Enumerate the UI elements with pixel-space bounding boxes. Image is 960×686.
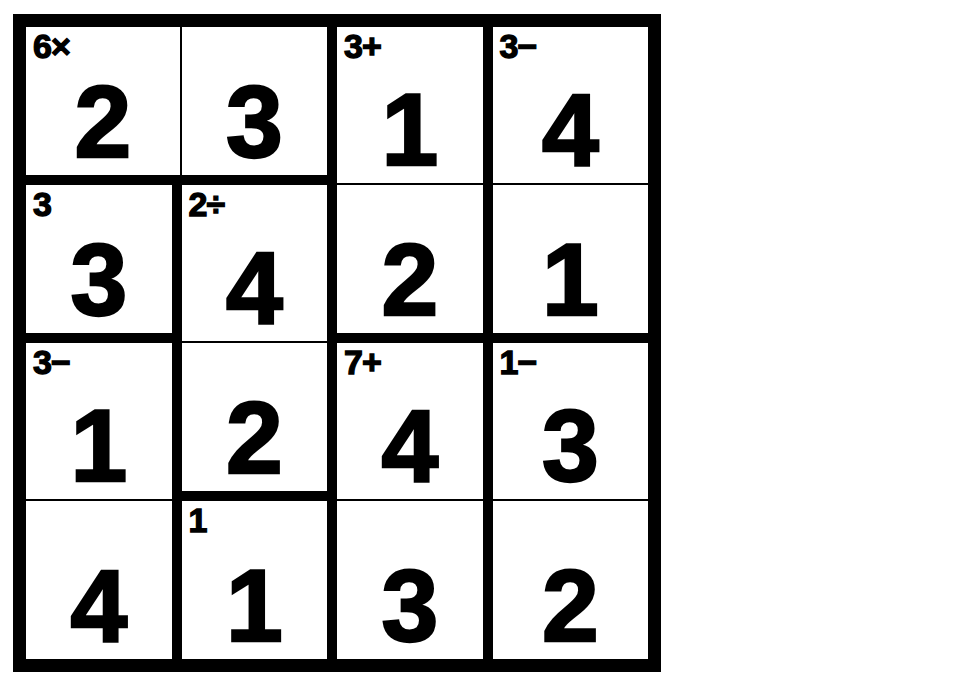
cell-r4c3[interactable]: 3 bbox=[337, 501, 493, 659]
cell-digit: 4 bbox=[337, 395, 483, 497]
cage-clue: 3 bbox=[33, 186, 51, 223]
cell-r3c2[interactable]: 2 bbox=[182, 343, 338, 501]
cell-r2c3[interactable]: 2 bbox=[337, 185, 493, 343]
cell-r4c4[interactable]: 2 bbox=[493, 501, 649, 659]
cell-digit: 3 bbox=[493, 395, 649, 497]
cell-r3c1[interactable]: 3−1 bbox=[26, 343, 182, 501]
cell-digit: 1 bbox=[182, 555, 328, 657]
cell-digit: 2 bbox=[182, 387, 328, 489]
cell-r1c2[interactable]: 3 bbox=[182, 27, 338, 185]
cell-digit: 2 bbox=[493, 555, 649, 657]
cage-clue: 2÷ bbox=[189, 186, 225, 223]
cage-clue: 1− bbox=[500, 344, 537, 381]
cage-clue: 3− bbox=[33, 344, 70, 381]
cell-digit: 1 bbox=[337, 79, 483, 181]
cell-digit: 4 bbox=[182, 237, 328, 339]
cell-digit: 1 bbox=[493, 229, 649, 331]
cell-r3c4[interactable]: 1−3 bbox=[493, 343, 649, 501]
cell-r2c2[interactable]: 2÷4 bbox=[182, 185, 338, 343]
cage-clue: 1 bbox=[189, 502, 207, 539]
cell-digit: 3 bbox=[26, 229, 172, 331]
cell-r2c1[interactable]: 33 bbox=[26, 185, 182, 343]
cell-r1c3[interactable]: 3+1 bbox=[337, 27, 493, 185]
cell-digit: 2 bbox=[26, 71, 180, 173]
cell-digit: 3 bbox=[337, 555, 483, 657]
cell-digit: 2 bbox=[337, 229, 483, 331]
cell-r2c4[interactable]: 1 bbox=[493, 185, 649, 343]
cell-r3c3[interactable]: 7+4 bbox=[337, 343, 493, 501]
cell-digit: 4 bbox=[26, 555, 172, 657]
cell-digit: 1 bbox=[26, 395, 172, 497]
cage-clue: 3− bbox=[500, 28, 537, 65]
cell-r4c2[interactable]: 11 bbox=[182, 501, 338, 659]
cell-r1c1[interactable]: 6×2 bbox=[26, 27, 182, 185]
cell-digit: 3 bbox=[182, 71, 328, 173]
cage-clue: 6× bbox=[33, 28, 70, 65]
kenken-board: 6×233+13−4332÷4213−127+41−341132 bbox=[13, 14, 661, 672]
cell-digit: 4 bbox=[493, 79, 649, 181]
cell-r4c1[interactable]: 4 bbox=[26, 501, 182, 659]
cage-clue: 7+ bbox=[344, 344, 381, 381]
cell-r1c4[interactable]: 3−4 bbox=[493, 27, 649, 185]
cage-clue: 3+ bbox=[344, 28, 381, 65]
